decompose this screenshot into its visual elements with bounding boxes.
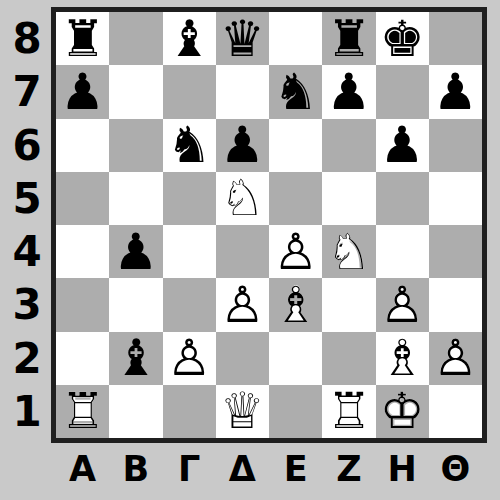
white-pawn: ♙ (376, 278, 429, 331)
square-d3[interactable]: ♟♙ (216, 278, 269, 331)
square-e7[interactable]: ♞ (269, 65, 322, 118)
white-pawn-fill: ♟ (216, 278, 269, 331)
square-g6[interactable]: ♟ (376, 119, 429, 172)
square-c8[interactable]: ♝ (163, 12, 216, 65)
square-b4[interactable]: ♟ (109, 225, 162, 278)
black-knight: ♞ (163, 119, 216, 172)
rank-label-6: 6 (8, 119, 46, 172)
white-pawn-fill: ♟ (163, 332, 216, 385)
file-label-delta: Δ (216, 448, 269, 490)
square-b7[interactable] (109, 65, 162, 118)
square-f4[interactable]: ♞♘ (322, 225, 375, 278)
white-king-fill: ♚ (376, 385, 429, 438)
black-pawn: ♟ (56, 65, 109, 118)
white-pawn-fill: ♟ (429, 332, 482, 385)
white-bishop-fill: ♝ (269, 278, 322, 331)
square-g8[interactable]: ♚ (376, 12, 429, 65)
square-b2[interactable]: ♝ (109, 332, 162, 385)
black-bishop: ♝ (109, 332, 162, 385)
white-rook: ♖ (56, 385, 109, 438)
black-pawn: ♟ (109, 225, 162, 278)
white-bishop-fill: ♝ (376, 332, 429, 385)
square-b3[interactable] (109, 278, 162, 331)
file-labels: Α Β Γ Δ Ε Ζ Η Θ (56, 448, 482, 490)
file-label-beta: Β (109, 448, 162, 490)
square-e8[interactable] (269, 12, 322, 65)
square-e6[interactable] (269, 119, 322, 172)
square-g3[interactable]: ♟♙ (376, 278, 429, 331)
rank-label-7: 7 (8, 65, 46, 118)
chess-diagram: 8 7 6 5 4 3 2 1 ♜♝♛♜♚♟♞♟♟♞♟♟♞♘♟♟♙♞♘♟♙♝♗♟… (0, 0, 500, 500)
square-f2[interactable] (322, 332, 375, 385)
white-pawn: ♙ (269, 225, 322, 278)
square-h4[interactable] (429, 225, 482, 278)
white-pawn: ♙ (163, 332, 216, 385)
white-pawn: ♙ (429, 332, 482, 385)
square-h3[interactable] (429, 278, 482, 331)
square-a7[interactable]: ♟ (56, 65, 109, 118)
square-c4[interactable] (163, 225, 216, 278)
square-f1[interactable]: ♜♖ (322, 385, 375, 438)
rank-label-4: 4 (8, 225, 46, 278)
file-label-eta: Η (376, 448, 429, 490)
square-a1[interactable]: ♜♖ (56, 385, 109, 438)
board: ♜♝♛♜♚♟♞♟♟♞♟♟♞♘♟♟♙♞♘♟♙♝♗♟♙♝♟♙♝♗♟♙♜♖♛♕♜♖♚♔ (51, 7, 487, 443)
square-h6[interactable] (429, 119, 482, 172)
white-pawn-fill: ♟ (376, 278, 429, 331)
square-f7[interactable]: ♟ (322, 65, 375, 118)
square-d5[interactable]: ♞♘ (216, 172, 269, 225)
rank-label-5: 5 (8, 172, 46, 225)
square-a6[interactable] (56, 119, 109, 172)
black-pawn: ♟ (322, 65, 375, 118)
square-h2[interactable]: ♟♙ (429, 332, 482, 385)
square-d2[interactable] (216, 332, 269, 385)
square-c6[interactable]: ♞ (163, 119, 216, 172)
file-label-zeta: Ζ (322, 448, 375, 490)
square-f6[interactable] (322, 119, 375, 172)
white-knight: ♘ (216, 172, 269, 225)
rank-label-2: 2 (8, 332, 46, 385)
square-c2[interactable]: ♟♙ (163, 332, 216, 385)
black-pawn: ♟ (216, 119, 269, 172)
square-g2[interactable]: ♝♗ (376, 332, 429, 385)
white-bishop: ♗ (269, 278, 322, 331)
white-rook-fill: ♜ (322, 385, 375, 438)
square-c1[interactable] (163, 385, 216, 438)
file-label-theta: Θ (429, 448, 482, 490)
file-label-alpha: Α (56, 448, 109, 490)
square-b1[interactable] (109, 385, 162, 438)
white-queen-fill: ♛ (216, 385, 269, 438)
square-d1[interactable]: ♛♕ (216, 385, 269, 438)
rank-label-1: 1 (8, 385, 46, 438)
square-c5[interactable] (163, 172, 216, 225)
black-bishop: ♝ (163, 12, 216, 65)
white-knight-fill: ♞ (322, 225, 375, 278)
black-pawn: ♟ (376, 119, 429, 172)
file-label-epsilon: Ε (269, 448, 322, 490)
square-e3[interactable]: ♝♗ (269, 278, 322, 331)
square-e2[interactable] (269, 332, 322, 385)
square-d6[interactable]: ♟ (216, 119, 269, 172)
square-g7[interactable] (376, 65, 429, 118)
rank-label-8: 8 (8, 12, 46, 65)
square-a8[interactable]: ♜ (56, 12, 109, 65)
white-knight: ♘ (322, 225, 375, 278)
square-f3[interactable] (322, 278, 375, 331)
square-g5[interactable] (376, 172, 429, 225)
white-king: ♔ (376, 385, 429, 438)
file-label-gamma: Γ (163, 448, 216, 490)
black-queen: ♛ (216, 12, 269, 65)
square-h1[interactable] (429, 385, 482, 438)
square-d4[interactable] (216, 225, 269, 278)
square-a3[interactable] (56, 278, 109, 331)
square-c3[interactable] (163, 278, 216, 331)
square-h8[interactable] (429, 12, 482, 65)
square-a4[interactable] (56, 225, 109, 278)
black-pawn: ♟ (429, 65, 482, 118)
square-g1[interactable]: ♚♔ (376, 385, 429, 438)
square-h7[interactable]: ♟ (429, 65, 482, 118)
square-b6[interactable] (109, 119, 162, 172)
black-rook: ♜ (56, 12, 109, 65)
square-g4[interactable] (376, 225, 429, 278)
square-a2[interactable] (56, 332, 109, 385)
square-d8[interactable]: ♛ (216, 12, 269, 65)
square-e5[interactable] (269, 172, 322, 225)
square-f5[interactable] (322, 172, 375, 225)
white-pawn-fill: ♟ (269, 225, 322, 278)
white-queen: ♕ (216, 385, 269, 438)
black-king: ♚ (376, 12, 429, 65)
white-knight-fill: ♞ (216, 172, 269, 225)
white-pawn: ♙ (216, 278, 269, 331)
square-e4[interactable]: ♟♙ (269, 225, 322, 278)
square-a5[interactable] (56, 172, 109, 225)
square-b5[interactable] (109, 172, 162, 225)
square-b8[interactable] (109, 12, 162, 65)
square-c7[interactable] (163, 65, 216, 118)
white-bishop: ♗ (376, 332, 429, 385)
square-d7[interactable] (216, 65, 269, 118)
black-knight: ♞ (269, 65, 322, 118)
white-rook: ♖ (322, 385, 375, 438)
white-rook-fill: ♜ (56, 385, 109, 438)
black-rook: ♜ (322, 12, 375, 65)
square-f8[interactable]: ♜ (322, 12, 375, 65)
square-e1[interactable] (269, 385, 322, 438)
rank-labels: 8 7 6 5 4 3 2 1 (8, 12, 46, 438)
rank-label-3: 3 (8, 278, 46, 331)
square-h5[interactable] (429, 172, 482, 225)
